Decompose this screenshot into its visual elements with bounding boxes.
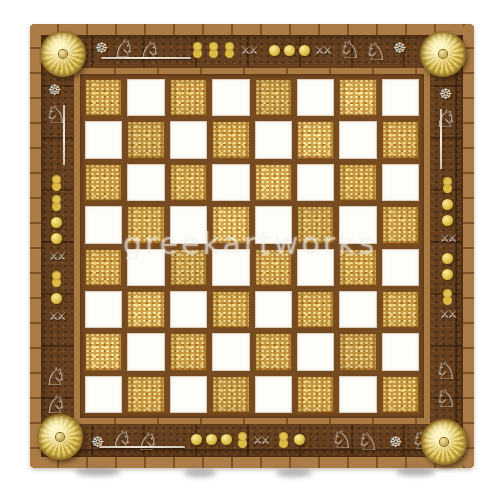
board-square	[297, 79, 334, 116]
board-square	[339, 164, 376, 201]
horse-icon: ♘	[435, 107, 457, 131]
board-square	[382, 164, 419, 201]
board-square	[212, 376, 249, 413]
board-square	[85, 333, 122, 370]
horse-icon: ♘	[139, 39, 161, 63]
horse-icon: ♘	[339, 38, 361, 62]
floor-shadow	[396, 468, 436, 476]
board-square	[297, 164, 334, 201]
round-shield-icon	[51, 293, 62, 304]
board-square	[297, 206, 334, 243]
board-square	[85, 79, 122, 116]
board-square	[255, 249, 292, 286]
board-square	[170, 249, 207, 286]
board-square	[255, 121, 292, 158]
board-square	[85, 376, 122, 413]
warriors-icon: ⚔⚔	[440, 233, 456, 244]
right-frieze: ☸ ♘ ⚔⚔ ⚔⚔ ♘ ♘	[431, 35, 463, 457]
board-square	[127, 333, 164, 370]
board-square	[127, 164, 164, 201]
board-square	[382, 79, 419, 116]
figure-eight-shield-icon	[193, 42, 202, 51]
board-square	[382, 291, 419, 328]
medallion-icon	[40, 31, 86, 77]
chariot-wheel-icon: ☸	[439, 87, 452, 102]
board-square	[297, 333, 334, 370]
rim-bottom	[30, 457, 474, 468]
horse-icon: ♘	[365, 40, 387, 64]
board-square	[297, 291, 334, 328]
warriors-icon: ⚔⚔	[241, 45, 257, 56]
round-shield-icon	[269, 45, 280, 56]
bottom-frieze: ☸ ♘ ♘ ⚔⚔ ♘ ♘ ☸ ♘	[41, 425, 463, 457]
floor-shadow	[276, 469, 312, 477]
warriors-icon: ⚔⚔	[49, 311, 65, 322]
board-square	[255, 291, 292, 328]
round-shield-icon	[299, 45, 310, 56]
board-square	[170, 121, 207, 158]
round-shield-icon	[442, 215, 453, 226]
board-square	[127, 376, 164, 413]
medallion-icon	[420, 31, 466, 77]
figure-eight-shield-icon	[52, 195, 61, 204]
medallion-icon	[37, 414, 83, 460]
board-square	[297, 376, 334, 413]
chariot-wheel-icon: ☸	[393, 41, 406, 56]
board-square	[212, 79, 249, 116]
round-shield-icon	[442, 253, 453, 264]
board-square	[255, 164, 292, 201]
rim-left	[30, 24, 41, 468]
board-square	[297, 121, 334, 158]
figure-eight-shield-icon	[238, 432, 247, 441]
playing-field	[80, 74, 424, 418]
round-shield-icon	[206, 434, 217, 445]
board-square	[382, 333, 419, 370]
board-square	[85, 291, 122, 328]
chariot-wheel-icon: ☸	[95, 41, 108, 56]
chariot-wheel-icon: ☸	[48, 83, 61, 98]
board-square	[382, 121, 419, 158]
board-square	[127, 79, 164, 116]
board-square	[339, 121, 376, 158]
board-square	[212, 121, 249, 158]
figure-eight-shield-icon	[209, 42, 218, 51]
horse-icon: ♘	[357, 430, 379, 454]
chess-board: ☸ ♘ ♘ ⚔⚔ ⚔⚔ ♘ ♘ ☸ ☸ ♘ ♘ ⚔⚔	[30, 24, 474, 468]
board-square	[255, 376, 292, 413]
board-square	[339, 79, 376, 116]
board-square	[339, 249, 376, 286]
board-squares	[85, 79, 419, 413]
board-square	[170, 291, 207, 328]
board-square	[212, 164, 249, 201]
board-square	[382, 206, 419, 243]
board-square	[127, 249, 164, 286]
board-square	[170, 164, 207, 201]
horse-icon: ♘	[331, 428, 353, 452]
spear-icon	[63, 105, 65, 165]
board-square	[255, 333, 292, 370]
board-square	[85, 249, 122, 286]
board-square	[212, 249, 249, 286]
board-square	[339, 333, 376, 370]
rim-top	[30, 24, 474, 35]
board-square	[170, 206, 207, 243]
round-shield-icon	[51, 217, 62, 228]
board-square	[339, 376, 376, 413]
horse-icon: ♘	[111, 428, 133, 452]
board-square	[127, 121, 164, 158]
board-square	[255, 79, 292, 116]
board-square	[212, 291, 249, 328]
floor-shadow	[184, 469, 216, 477]
board-square	[127, 291, 164, 328]
board-square	[170, 333, 207, 370]
floor-shadow	[75, 468, 121, 476]
round-shield-icon	[221, 434, 232, 445]
board-square	[382, 249, 419, 286]
spear-icon	[101, 57, 191, 59]
board-square	[170, 79, 207, 116]
board-square	[127, 206, 164, 243]
figure-eight-shield-icon	[443, 177, 452, 186]
board-square	[212, 206, 249, 243]
figure-eight-shield-icon	[443, 289, 452, 298]
round-shield-icon	[191, 434, 202, 445]
product-photo: ☸ ♘ ♘ ⚔⚔ ⚔⚔ ♘ ♘ ☸ ☸ ♘ ♘ ⚔⚔	[0, 0, 500, 500]
rim-right	[463, 24, 474, 468]
round-shield-icon	[284, 45, 295, 56]
figure-eight-shield-icon	[225, 42, 234, 51]
warriors-icon: ⚔⚔	[440, 309, 456, 320]
figure-eight-shield-icon	[52, 271, 61, 280]
board-square	[339, 206, 376, 243]
chariot-wheel-icon: ☸	[389, 435, 402, 450]
warriors-icon: ⚔⚔	[315, 45, 331, 56]
board-square	[382, 376, 419, 413]
horse-icon: ♘	[435, 359, 457, 383]
round-shield-icon	[442, 269, 453, 280]
top-frieze: ☸ ♘ ♘ ⚔⚔ ⚔⚔ ♘ ♘ ☸	[41, 35, 463, 67]
board-square	[170, 376, 207, 413]
horse-icon: ♘	[45, 365, 67, 389]
board-square	[85, 206, 122, 243]
warriors-icon: ⚔⚔	[49, 251, 65, 262]
board-square	[255, 206, 292, 243]
spear-icon	[440, 109, 442, 169]
round-shield-icon	[51, 233, 62, 244]
board-square	[212, 333, 249, 370]
left-frieze: ☸ ♘ ⚔⚔ ⚔⚔ ♘ ♘	[41, 35, 73, 457]
medallion-icon	[421, 419, 467, 465]
board-square	[339, 291, 376, 328]
figure-eight-shield-icon	[52, 175, 61, 184]
figure-eight-shield-icon	[279, 432, 288, 441]
round-shield-icon	[294, 434, 305, 445]
spear-icon	[99, 446, 185, 448]
board-square	[85, 121, 122, 158]
warriors-icon: ⚔⚔	[253, 435, 269, 446]
round-shield-icon	[442, 199, 453, 210]
board-square	[85, 164, 122, 201]
horse-icon: ♘	[435, 387, 457, 411]
board-square	[297, 249, 334, 286]
horse-icon: ♘	[137, 430, 159, 454]
